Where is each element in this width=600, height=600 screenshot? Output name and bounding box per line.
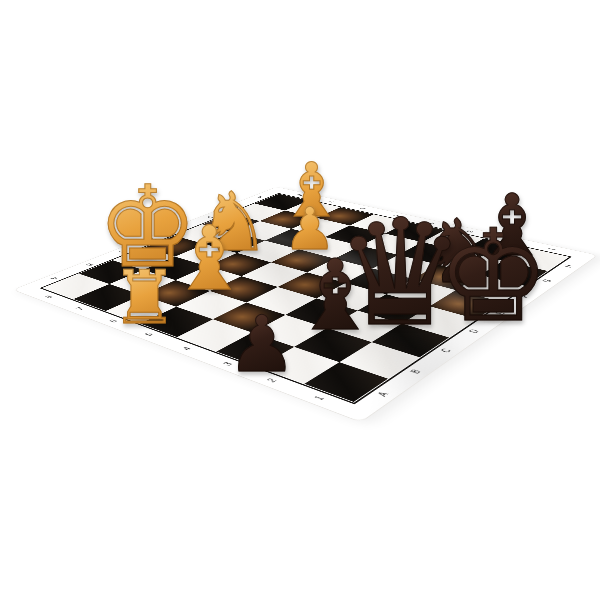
file-label-bottom-C: C [437,347,456,356]
chess-board: 88AA77BB66CC55DD44EE33FF22GG11HH [13,187,599,423]
rank-label-right-2: 2 [502,237,516,242]
rank-label-right-3: 3 [462,229,476,234]
file-label-bottom-D: D [466,328,484,336]
rank-label-left-6: 6 [105,318,122,325]
rank-label-left-2: 2 [262,376,282,386]
file-label-bottom-B: B [407,367,426,376]
rank-label-right-4: 4 [425,221,439,226]
rank-label-right-8: 8 [293,193,306,197]
rank-label-left-1: 1 [309,393,330,403]
rank-label-left-5: 5 [140,331,158,339]
file-label-bottom-G: G [540,278,556,284]
chess-product-photo: 88AA77BB66CC55DD44EE33FF22GG11HH ♝♟♞♝♚♞♝… [0,0,600,600]
file-label-bottom-E: E [492,310,509,317]
rank-label-right-5: 5 [389,213,403,217]
board-grid [43,194,568,402]
rank-label-left-8: 8 [41,294,57,301]
rank-label-left-4: 4 [178,345,197,353]
rank-label-right-7: 7 [323,199,336,203]
rank-label-right-1: 1 [544,246,559,251]
rank-label-left-3: 3 [219,360,238,369]
rank-label-right-6: 6 [355,206,368,210]
rank-label-left-7: 7 [72,305,89,312]
file-label-bottom-F: F [517,293,534,300]
file-label-bottom-H: H [561,263,577,269]
file-label-bottom-A: A [373,389,393,399]
